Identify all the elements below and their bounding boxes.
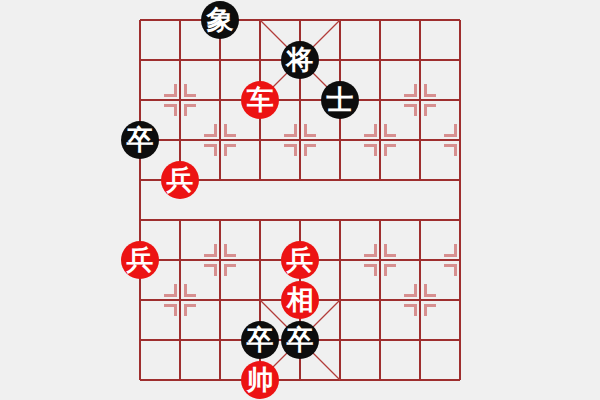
piece-black-general[interactable]: 将 [281,41,319,79]
piece-black-soldier-3[interactable]: 卒 [281,321,319,359]
piece-red-chariot[interactable]: 车 [241,81,279,119]
piece-black-soldier-1[interactable]: 卒 [121,121,159,159]
piece-black-soldier-2[interactable]: 卒 [241,321,279,359]
piece-black-elephant[interactable]: 象 [201,1,239,39]
piece-red-soldier-2[interactable]: 兵 [121,241,159,279]
piece-red-general[interactable]: 帅 [241,361,279,399]
piece-black-advisor[interactable]: 士 [321,81,359,119]
piece-red-soldier-3[interactable]: 兵 [281,241,319,279]
xiangqi-board: 象将车士卒兵兵兵相卒卒帅 [0,0,600,400]
piece-red-soldier-1[interactable]: 兵 [161,161,199,199]
pieces-layer: 象将车士卒兵兵兵相卒卒帅 [120,0,480,400]
piece-red-elephant[interactable]: 相 [281,281,319,319]
